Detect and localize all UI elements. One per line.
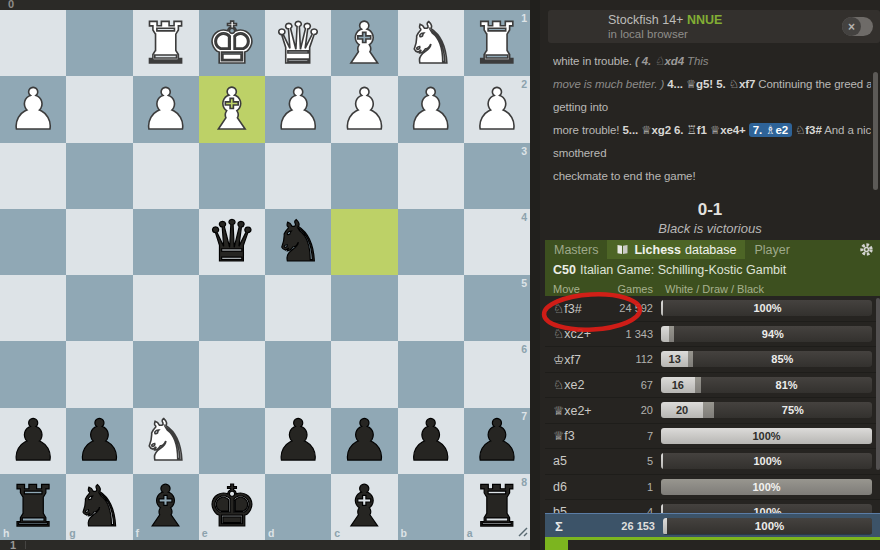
explorer-row-♘xc2+[interactable]: ♘xc2+1 34394%	[545, 322, 880, 348]
square-f1[interactable]: ♜	[133, 10, 199, 76]
white-pawn: ♟	[405, 81, 456, 138]
result-bar: 100%	[661, 428, 872, 444]
black-pawn: ♟	[8, 412, 59, 469]
square-d1[interactable]: ♛	[265, 10, 331, 76]
square-f6[interactable]	[133, 341, 199, 407]
square-f3[interactable]	[133, 143, 199, 209]
white-queen: ♛	[273, 15, 324, 72]
square-a4[interactable]: 4	[464, 209, 530, 275]
rank-label-8: 8	[521, 476, 527, 488]
square-c5[interactable]	[331, 275, 397, 341]
result-bar: 100%	[661, 453, 872, 469]
chess-board[interactable]: ♜♚♛♝♞♜1♟♟♝♟♟♟♟23♛♞456♟♟♞♟♟♟♟7♜h♞g♝f♚ed♝c…	[0, 10, 530, 540]
explorer-move: ♘xe2	[545, 377, 597, 392]
engine-bar: Stockfish 14+ NNUE in local browser ×	[548, 10, 880, 43]
result-bar: 100%	[661, 479, 872, 495]
explorer-row-♕f3[interactable]: ♕f37100%	[545, 424, 880, 450]
square-g7[interactable]: ♟	[66, 408, 132, 474]
square-b1[interactable]: ♞	[398, 10, 464, 76]
square-d8[interactable]: d	[265, 474, 331, 540]
white-rook: ♜	[140, 15, 191, 72]
square-d2[interactable]: ♟	[265, 76, 331, 142]
square-e1[interactable]: ♚	[199, 10, 265, 76]
square-g6[interactable]	[66, 341, 132, 407]
square-b5[interactable]	[398, 275, 464, 341]
current-move[interactable]: 7. ♗e2	[749, 123, 792, 137]
rank-label-6: 6	[521, 343, 527, 355]
square-e6[interactable]	[199, 341, 265, 407]
explorer-move: ♕xe2+	[545, 403, 597, 418]
bottom-counter: 1	[10, 540, 16, 550]
square-e4[interactable]: ♛	[199, 209, 265, 275]
black-rook: ♜	[8, 478, 59, 535]
explorer-scrollbar[interactable]	[876, 298, 880, 470]
opening-explorer: Masters Lichess database Player C50Itali…	[545, 240, 880, 526]
result-bar: 100%	[663, 518, 872, 535]
analysis-panel: Stockfish 14+ NNUE in local browser × wh…	[540, 0, 880, 550]
square-a7[interactable]: ♟7	[464, 408, 530, 474]
square-g1[interactable]	[66, 10, 132, 76]
explorer-move: ♕f3	[545, 428, 597, 443]
rank-label-4: 4	[521, 211, 527, 223]
result-bar: 94%	[661, 326, 872, 342]
square-f8[interactable]: ♝f	[133, 474, 199, 540]
comment-text: checkmate to end the game!	[553, 170, 696, 182]
black-queen: ♛	[206, 213, 257, 270]
square-g2[interactable]	[66, 76, 132, 142]
square-b8[interactable]: b	[398, 474, 464, 540]
result-block: 0-1 Black is victorious	[540, 199, 880, 238]
file-label-e: e	[202, 527, 208, 539]
tab-player[interactable]: Player	[745, 240, 798, 259]
file-label-c: c	[334, 527, 340, 539]
move-line: getting into	[553, 96, 871, 119]
move-token[interactable]: 5... ♕xg2	[623, 124, 671, 136]
explorer-row-♘f3#[interactable]: ♘f3#24 592100%	[545, 296, 880, 322]
explorer-total-row: Σ26 153100%	[545, 513, 880, 538]
explorer-games-count: 67	[597, 379, 653, 391]
square-a2[interactable]: ♟2	[464, 76, 530, 142]
move-token[interactable]: ♕xe4+	[710, 124, 746, 136]
white-segment: 13	[661, 351, 688, 367]
square-g5[interactable]	[66, 275, 132, 341]
white-pawn: ♟	[339, 81, 390, 138]
explorer-games-count: 112	[597, 353, 653, 365]
white-segment: 16	[661, 377, 695, 393]
square-b6[interactable]	[398, 341, 464, 407]
comment-text: This	[687, 55, 708, 67]
explorer-games-count: 7	[597, 430, 653, 442]
explorer-move: a5	[545, 454, 597, 468]
rank-label-3: 3	[521, 145, 527, 157]
move-line: more trouble! 5... ♕xg2 6. ♖f1 ♕xe4+ 7. …	[553, 119, 871, 142]
comment-text: Continuing the greed and	[755, 78, 871, 90]
square-h8[interactable]: ♜h	[0, 474, 66, 540]
board-top-strip: 0	[0, 0, 530, 10]
explorer-move: d6	[545, 480, 597, 494]
square-c4[interactable]	[331, 209, 397, 275]
white-knight: ♞	[405, 15, 456, 72]
moves-scrollbar[interactable]	[873, 72, 878, 190]
square-h1[interactable]	[0, 10, 66, 76]
move-token[interactable]: ( 4. ♘xd4	[635, 55, 687, 67]
square-a3[interactable]: 3	[464, 143, 530, 209]
black-knight: ♞	[273, 213, 324, 270]
square-c7[interactable]: ♟	[331, 408, 397, 474]
black-segment: 85%	[693, 351, 872, 367]
explorer-move: ♔xf7	[545, 352, 597, 367]
eco-code: C50	[553, 263, 576, 277]
white-bishop: ♝	[339, 15, 390, 72]
move-token[interactable]: 4... ♕g5!	[667, 78, 713, 90]
explorer-row-♔xf7[interactable]: ♔xf71121385%	[545, 347, 880, 373]
white-segment: 100%	[661, 428, 872, 444]
black-segment: 100%	[663, 300, 872, 316]
square-d5[interactable]	[265, 275, 331, 341]
white-pawn: ♟	[471, 81, 522, 138]
file-label-b: b	[401, 527, 407, 539]
explorer-row-♘xe2[interactable]: ♘xe2671681%	[545, 373, 880, 399]
square-g8[interactable]: ♞g	[66, 474, 132, 540]
draw-segment	[703, 402, 714, 418]
black-segment: 81%	[701, 377, 872, 393]
black-pawn: ♟	[74, 412, 125, 469]
gear-icon[interactable]	[859, 242, 874, 260]
explorer-tabs: Masters Lichess database Player	[545, 240, 880, 259]
result-score: 0-1	[540, 199, 880, 220]
square-c1[interactable]: ♝	[331, 10, 397, 76]
comment-text: smothered	[553, 147, 606, 159]
green-top-border	[568, 537, 880, 540]
move-token[interactable]: 5. ♘xf7	[716, 78, 755, 90]
file-label-g: g	[69, 527, 75, 539]
square-f5[interactable]	[133, 275, 199, 341]
explorer-row-♕xe2+[interactable]: ♕xe2+202075%	[545, 398, 880, 424]
black-pawn: ♟	[405, 412, 456, 469]
total-games-count: 26 153	[599, 520, 655, 532]
square-h2[interactable]: ♟	[0, 76, 66, 142]
engine-name: Stockfish 14+	[608, 13, 683, 27]
bottom-green-panel	[545, 537, 880, 550]
explorer-move: ♘f3#	[545, 301, 597, 316]
rank-label-1: 1	[521, 12, 527, 24]
square-e5[interactable]	[199, 275, 265, 341]
white-pawn: ♟	[8, 81, 59, 138]
white-segment: 20	[661, 402, 703, 418]
square-c3[interactable]	[331, 143, 397, 209]
square-h4[interactable]	[0, 209, 66, 275]
strip-divider	[25, 541, 26, 549]
comment-text: more trouble!	[553, 124, 623, 136]
explorer-games-count: 20	[597, 404, 653, 416]
square-d4[interactable]: ♞	[265, 209, 331, 275]
square-e2[interactable]: ♝	[199, 76, 265, 142]
black-pawn: ♟	[471, 412, 522, 469]
black-segment: 75%	[714, 402, 872, 418]
board-resize-handle[interactable]	[515, 524, 528, 537]
file-label-a: a	[467, 527, 473, 539]
file-label-d: d	[268, 527, 274, 539]
black-king: ♚	[206, 478, 257, 535]
square-d3[interactable]	[265, 143, 331, 209]
board-bottom-strip: 1	[0, 540, 530, 550]
square-c8[interactable]: ♝c	[331, 474, 397, 540]
move-line: white in trouble. ( 4. ♘xd4 This	[553, 50, 871, 73]
comment-text: move is much better. )	[553, 78, 667, 90]
tab-lichess-database[interactable]: Lichess database	[607, 240, 745, 259]
result-note: Black is victorious	[540, 220, 880, 238]
move-line: move is much better. ) 4... ♕g5! 5. ♘xf7…	[553, 73, 871, 96]
top-counter: 0	[8, 0, 14, 10]
black-segment: 100%	[667, 518, 872, 534]
explorer-games-count: 5	[597, 455, 653, 467]
black-knight: ♞	[74, 478, 125, 535]
white-king: ♚	[206, 15, 257, 72]
rank-label-2: 2	[521, 78, 527, 90]
engine-toggle[interactable]: ×	[842, 17, 873, 36]
square-h7[interactable]: ♟	[0, 408, 66, 474]
square-c6[interactable]	[331, 341, 397, 407]
square-g4[interactable]	[66, 209, 132, 275]
draw-segment: 100%	[661, 479, 872, 495]
move-token[interactable]: 6. ♖f1	[674, 124, 707, 136]
square-d7[interactable]: ♟	[265, 408, 331, 474]
black-segment: 100%	[663, 453, 872, 469]
comment-text: getting into	[553, 101, 608, 113]
rank-label-5: 5	[521, 277, 527, 289]
explorer-games-count: 1 343	[597, 328, 653, 340]
square-e8[interactable]: ♚e	[199, 474, 265, 540]
explorer-move: ♘xc2+	[545, 326, 597, 341]
green-square-icon[interactable]	[545, 537, 568, 550]
square-b2[interactable]: ♟	[398, 76, 464, 142]
square-f4[interactable]	[133, 209, 199, 275]
white-knight: ♞	[140, 412, 191, 469]
comment-text: And a nice	[822, 124, 871, 136]
engine-info: Stockfish 14+ NNUE in local browser	[608, 13, 722, 41]
square-h5[interactable]	[0, 275, 66, 341]
opening-name: C50Italian Game: Schilling-Kostic Gambit	[545, 259, 880, 281]
square-f7[interactable]: ♞	[133, 408, 199, 474]
square-b7[interactable]: ♟	[398, 408, 464, 474]
explorer-row-d6[interactable]: d61100%	[545, 475, 880, 501]
square-d6[interactable]	[265, 341, 331, 407]
file-label-f: f	[136, 527, 140, 539]
black-segment: 94%	[674, 326, 872, 342]
comment-text: white in trouble.	[553, 55, 635, 67]
move-list: white in trouble. ( 4. ♘xd4 Thismove is …	[553, 43, 871, 200]
explorer-games-count: 1	[597, 481, 653, 493]
square-f2[interactable]: ♟	[133, 76, 199, 142]
square-a5[interactable]: 5	[464, 275, 530, 341]
square-a1[interactable]: ♜1	[464, 10, 530, 76]
result-bar: 100%	[661, 300, 872, 316]
square-c2[interactable]: ♟	[331, 76, 397, 142]
white-pawn: ♟	[273, 81, 324, 138]
black-bishop: ♝	[339, 478, 390, 535]
square-g3[interactable]	[66, 143, 132, 209]
black-bishop: ♝	[140, 478, 191, 535]
square-h6[interactable]	[0, 341, 66, 407]
rank-label-7: 7	[521, 410, 527, 422]
explorer-rows: ♘f3#24 592100%♘xc2+1 34394%♔xf71121385%♘…	[545, 296, 880, 526]
move-line: smothered	[553, 142, 871, 165]
square-a6[interactable]: 6	[464, 341, 530, 407]
engine-subtitle: in local browser	[608, 28, 722, 41]
white-pawn: ♟	[140, 81, 191, 138]
file-label-h: h	[3, 527, 9, 539]
sum-symbol: Σ	[545, 519, 599, 534]
square-e7[interactable]	[199, 408, 265, 474]
move-token[interactable]: ♘f3#	[795, 124, 822, 136]
book-icon	[616, 243, 629, 256]
black-pawn: ♟	[339, 412, 390, 469]
result-bar: 1385%	[661, 351, 872, 367]
move-line: checkmate to end the game!	[553, 165, 871, 188]
white-segment	[661, 326, 669, 342]
white-rook: ♜	[471, 15, 522, 72]
result-bar: 2075%	[661, 402, 872, 418]
square-b3[interactable]	[398, 143, 464, 209]
result-bar: 1681%	[661, 377, 872, 393]
square-b4[interactable]	[398, 209, 464, 275]
explorer-headers: Move Games White / Draw / Black	[545, 281, 880, 296]
square-h3[interactable]	[0, 143, 66, 209]
black-pawn: ♟	[273, 412, 324, 469]
square-e3[interactable]	[199, 143, 265, 209]
engine-nnue-badge: NNUE	[687, 13, 722, 27]
white-bishop: ♝	[206, 81, 257, 138]
explorer-games-count: 24 592	[597, 302, 653, 314]
tab-masters[interactable]: Masters	[545, 240, 607, 259]
explorer-row-a5[interactable]: a55100%	[545, 449, 880, 475]
toggle-knob-off-icon: ×	[842, 17, 861, 36]
